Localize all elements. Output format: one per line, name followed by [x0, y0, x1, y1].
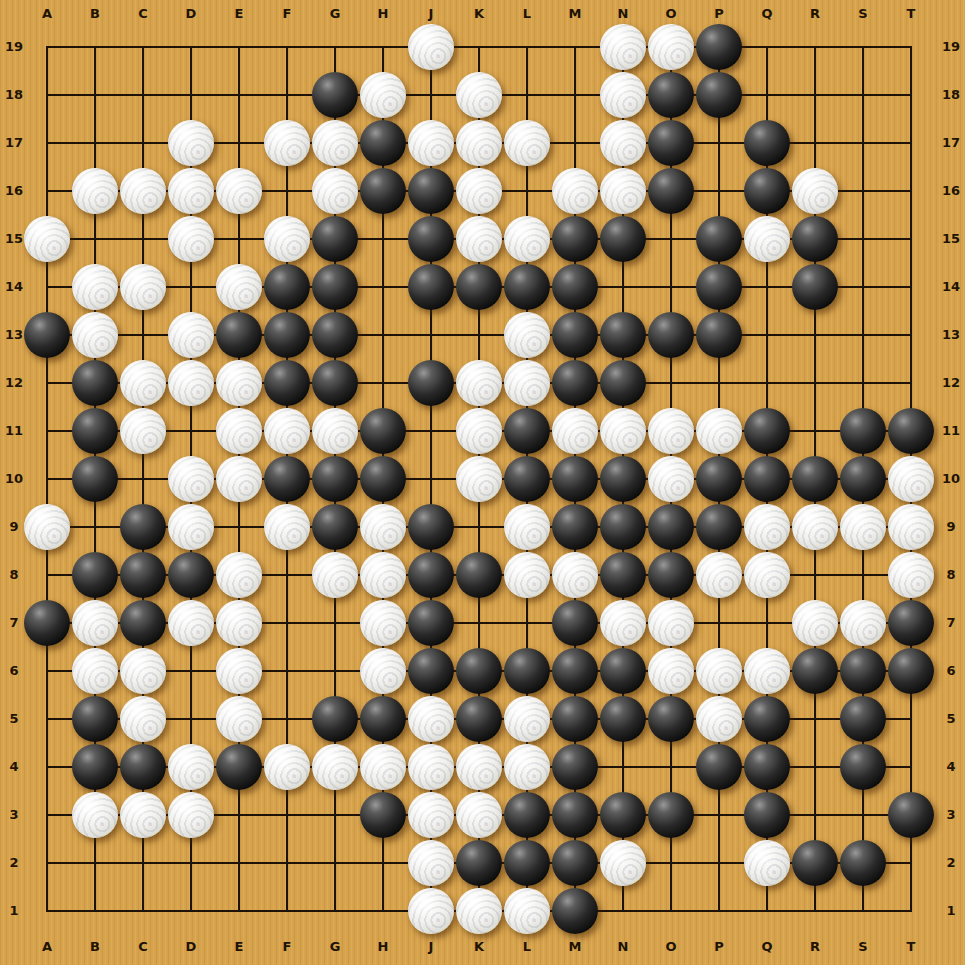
stone-white-H4 — [360, 744, 406, 790]
column-label-S: S — [851, 939, 875, 955]
stone-black-B4 — [72, 744, 118, 790]
column-label-R: R — [803, 939, 827, 955]
stone-white-R7 — [792, 600, 838, 646]
stone-white-H6 — [360, 648, 406, 694]
stone-white-Q15 — [744, 216, 790, 262]
stone-black-G10 — [312, 456, 358, 502]
stone-white-Q9 — [744, 504, 790, 550]
stone-white-L1 — [504, 888, 550, 934]
row-label-15: 15 — [938, 231, 964, 247]
stone-black-G18 — [312, 72, 358, 118]
stone-white-K11 — [456, 408, 502, 454]
stone-white-F15 — [264, 216, 310, 262]
stone-black-T7 — [888, 600, 934, 646]
stone-black-O17 — [648, 120, 694, 166]
stone-black-J9 — [408, 504, 454, 550]
stone-white-F9 — [264, 504, 310, 550]
row-label-3: 3 — [1, 807, 27, 823]
stone-white-G4 — [312, 744, 358, 790]
row-label-6: 6 — [938, 663, 964, 679]
row-label-17: 17 — [938, 135, 964, 151]
stone-white-G11 — [312, 408, 358, 454]
stone-white-D17 — [168, 120, 214, 166]
column-label-M: M — [563, 6, 587, 22]
stone-white-O11 — [648, 408, 694, 454]
stone-black-S10 — [840, 456, 886, 502]
stone-white-S7 — [840, 600, 886, 646]
column-label-F: F — [275, 6, 299, 22]
stone-white-K1 — [456, 888, 502, 934]
stone-black-P19 — [696, 24, 742, 70]
row-label-16: 16 — [938, 183, 964, 199]
stone-white-E8 — [216, 552, 262, 598]
column-label-G: G — [323, 939, 347, 955]
stone-white-E14 — [216, 264, 262, 310]
stone-white-O10 — [648, 456, 694, 502]
stone-black-R15 — [792, 216, 838, 262]
row-label-19: 19 — [1, 39, 27, 55]
column-label-Q: Q — [755, 6, 779, 22]
stone-white-L13 — [504, 312, 550, 358]
column-label-O: O — [659, 939, 683, 955]
stone-white-J2 — [408, 840, 454, 886]
stone-white-D9 — [168, 504, 214, 550]
stone-black-J8 — [408, 552, 454, 598]
row-label-8: 8 — [938, 567, 964, 583]
stone-black-Q16 — [744, 168, 790, 214]
stone-white-K12 — [456, 360, 502, 406]
row-label-3: 3 — [938, 807, 964, 823]
stone-black-O9 — [648, 504, 694, 550]
stone-white-D15 — [168, 216, 214, 262]
stone-white-L9 — [504, 504, 550, 550]
stone-black-L10 — [504, 456, 550, 502]
stone-black-O13 — [648, 312, 694, 358]
stone-black-Q5 — [744, 696, 790, 742]
row-label-11: 11 — [938, 423, 964, 439]
column-label-N: N — [611, 6, 635, 22]
stone-white-P8 — [696, 552, 742, 598]
stone-white-E7 — [216, 600, 262, 646]
stone-black-M1 — [552, 888, 598, 934]
column-label-F: F — [275, 939, 299, 955]
stone-white-C6 — [120, 648, 166, 694]
stone-black-M9 — [552, 504, 598, 550]
stone-black-M10 — [552, 456, 598, 502]
stone-black-K8 — [456, 552, 502, 598]
column-label-B: B — [83, 939, 107, 955]
go-board[interactable]: ABCDEFGHJKLMNOPQRST ABCDEFGHJKLMNOPQRST … — [0, 0, 965, 965]
column-label-L: L — [515, 939, 539, 955]
row-label-17: 17 — [1, 135, 27, 151]
column-label-C: C — [131, 6, 155, 22]
stone-black-C4 — [120, 744, 166, 790]
column-label-E: E — [227, 6, 251, 22]
stone-white-D10 — [168, 456, 214, 502]
stone-black-H11 — [360, 408, 406, 454]
stone-black-K14 — [456, 264, 502, 310]
column-label-Q: Q — [755, 939, 779, 955]
column-label-R: R — [803, 6, 827, 22]
stone-black-A7 — [24, 600, 70, 646]
stone-white-T9 — [888, 504, 934, 550]
stone-white-E6 — [216, 648, 262, 694]
stone-black-M15 — [552, 216, 598, 262]
stone-black-H5 — [360, 696, 406, 742]
stone-black-M12 — [552, 360, 598, 406]
stone-black-M7 — [552, 600, 598, 646]
stone-white-O19 — [648, 24, 694, 70]
stone-white-J17 — [408, 120, 454, 166]
stone-black-A13 — [24, 312, 70, 358]
stone-black-M2 — [552, 840, 598, 886]
stone-white-L8 — [504, 552, 550, 598]
stone-white-E12 — [216, 360, 262, 406]
stone-black-J12 — [408, 360, 454, 406]
stone-black-Q10 — [744, 456, 790, 502]
stone-white-K3 — [456, 792, 502, 838]
row-label-16: 16 — [1, 183, 27, 199]
stone-white-A15 — [24, 216, 70, 262]
stone-black-F10 — [264, 456, 310, 502]
stone-white-F11 — [264, 408, 310, 454]
stone-white-K10 — [456, 456, 502, 502]
stone-white-O6 — [648, 648, 694, 694]
stone-black-H16 — [360, 168, 406, 214]
stone-black-S5 — [840, 696, 886, 742]
stone-white-B3 — [72, 792, 118, 838]
stone-white-J19 — [408, 24, 454, 70]
stone-white-N7 — [600, 600, 646, 646]
stone-black-H10 — [360, 456, 406, 502]
stone-white-N19 — [600, 24, 646, 70]
stone-black-N10 — [600, 456, 646, 502]
row-label-6: 6 — [1, 663, 27, 679]
stone-black-N5 — [600, 696, 646, 742]
stone-white-L15 — [504, 216, 550, 262]
stone-white-Q2 — [744, 840, 790, 886]
stone-white-D4 — [168, 744, 214, 790]
stone-black-N13 — [600, 312, 646, 358]
stone-black-P13 — [696, 312, 742, 358]
stone-white-B16 — [72, 168, 118, 214]
stone-black-K6 — [456, 648, 502, 694]
stone-white-T10 — [888, 456, 934, 502]
stone-white-H7 — [360, 600, 406, 646]
stone-white-C16 — [120, 168, 166, 214]
stone-black-O8 — [648, 552, 694, 598]
stone-white-H8 — [360, 552, 406, 598]
stone-white-L5 — [504, 696, 550, 742]
row-label-7: 7 — [938, 615, 964, 631]
stone-black-S2 — [840, 840, 886, 886]
stone-white-D16 — [168, 168, 214, 214]
stone-white-K16 — [456, 168, 502, 214]
stone-white-O7 — [648, 600, 694, 646]
stone-black-L14 — [504, 264, 550, 310]
stone-white-K17 — [456, 120, 502, 166]
stone-black-J14 — [408, 264, 454, 310]
stone-black-J7 — [408, 600, 454, 646]
row-label-13: 13 — [938, 327, 964, 343]
stone-white-N16 — [600, 168, 646, 214]
row-label-12: 12 — [938, 375, 964, 391]
stone-black-S4 — [840, 744, 886, 790]
stone-white-P11 — [696, 408, 742, 454]
stone-black-J15 — [408, 216, 454, 262]
stone-white-E5 — [216, 696, 262, 742]
stone-white-E10 — [216, 456, 262, 502]
stone-black-P9 — [696, 504, 742, 550]
stone-white-F4 — [264, 744, 310, 790]
column-label-G: G — [323, 6, 347, 22]
stone-black-M4 — [552, 744, 598, 790]
stone-black-N8 — [600, 552, 646, 598]
row-label-4: 4 — [1, 759, 27, 775]
stone-white-A9 — [24, 504, 70, 550]
row-label-9: 9 — [938, 519, 964, 535]
row-label-14: 14 — [938, 279, 964, 295]
stone-white-F17 — [264, 120, 310, 166]
stone-white-N11 — [600, 408, 646, 454]
stone-black-P18 — [696, 72, 742, 118]
stone-black-F13 — [264, 312, 310, 358]
stone-black-L6 — [504, 648, 550, 694]
stone-black-C8 — [120, 552, 166, 598]
stone-white-E11 — [216, 408, 262, 454]
stone-black-N12 — [600, 360, 646, 406]
stone-black-G15 — [312, 216, 358, 262]
stone-black-R6 — [792, 648, 838, 694]
row-label-5: 5 — [1, 711, 27, 727]
stone-black-N15 — [600, 216, 646, 262]
row-label-1: 1 — [938, 903, 964, 919]
stone-white-N17 — [600, 120, 646, 166]
stone-white-C3 — [120, 792, 166, 838]
row-label-18: 18 — [938, 87, 964, 103]
stone-black-L3 — [504, 792, 550, 838]
stone-black-B11 — [72, 408, 118, 454]
stone-white-D3 — [168, 792, 214, 838]
stone-white-M16 — [552, 168, 598, 214]
stone-white-K4 — [456, 744, 502, 790]
stone-white-K18 — [456, 72, 502, 118]
stone-white-P6 — [696, 648, 742, 694]
stone-white-N18 — [600, 72, 646, 118]
stone-white-Q6 — [744, 648, 790, 694]
stone-white-L4 — [504, 744, 550, 790]
stone-black-N6 — [600, 648, 646, 694]
stone-white-E16 — [216, 168, 262, 214]
column-label-J: J — [419, 6, 443, 22]
stone-white-C12 — [120, 360, 166, 406]
column-label-S: S — [851, 6, 875, 22]
stone-white-G16 — [312, 168, 358, 214]
stone-black-P14 — [696, 264, 742, 310]
stone-white-J3 — [408, 792, 454, 838]
row-label-10: 10 — [1, 471, 27, 487]
stone-black-H3 — [360, 792, 406, 838]
stone-white-H18 — [360, 72, 406, 118]
stone-white-B14 — [72, 264, 118, 310]
column-label-N: N — [611, 939, 635, 955]
stone-black-M14 — [552, 264, 598, 310]
stone-black-B8 — [72, 552, 118, 598]
column-label-L: L — [515, 6, 539, 22]
column-label-P: P — [707, 939, 731, 955]
stone-black-D8 — [168, 552, 214, 598]
stone-white-G8 — [312, 552, 358, 598]
row-label-4: 4 — [938, 759, 964, 775]
stone-black-R10 — [792, 456, 838, 502]
stone-black-F12 — [264, 360, 310, 406]
column-label-J: J — [419, 939, 443, 955]
stone-black-O16 — [648, 168, 694, 214]
column-label-C: C — [131, 939, 155, 955]
stone-white-C14 — [120, 264, 166, 310]
stone-black-H17 — [360, 120, 406, 166]
stone-black-S11 — [840, 408, 886, 454]
stone-black-K5 — [456, 696, 502, 742]
stone-black-M13 — [552, 312, 598, 358]
stone-white-D12 — [168, 360, 214, 406]
stone-black-G5 — [312, 696, 358, 742]
stone-black-E4 — [216, 744, 262, 790]
column-label-B: B — [83, 6, 107, 22]
stone-black-N9 — [600, 504, 646, 550]
column-label-O: O — [659, 6, 683, 22]
stone-black-P15 — [696, 216, 742, 262]
stone-white-D13 — [168, 312, 214, 358]
stone-black-G12 — [312, 360, 358, 406]
stone-black-N3 — [600, 792, 646, 838]
stone-white-C11 — [120, 408, 166, 454]
stone-black-M3 — [552, 792, 598, 838]
stone-black-L2 — [504, 840, 550, 886]
column-label-A: A — [35, 939, 59, 955]
stone-white-J1 — [408, 888, 454, 934]
stone-black-P4 — [696, 744, 742, 790]
stone-white-L17 — [504, 120, 550, 166]
column-label-M: M — [563, 939, 587, 955]
stone-white-P5 — [696, 696, 742, 742]
row-label-11: 11 — [1, 423, 27, 439]
stone-black-Q4 — [744, 744, 790, 790]
stone-white-B6 — [72, 648, 118, 694]
stone-black-O18 — [648, 72, 694, 118]
stone-black-B5 — [72, 696, 118, 742]
stone-black-B12 — [72, 360, 118, 406]
stone-black-C7 — [120, 600, 166, 646]
column-label-T: T — [899, 939, 923, 955]
stone-black-E13 — [216, 312, 262, 358]
row-label-2: 2 — [938, 855, 964, 871]
row-label-12: 12 — [1, 375, 27, 391]
stone-white-J4 — [408, 744, 454, 790]
stone-black-O3 — [648, 792, 694, 838]
stone-white-B13 — [72, 312, 118, 358]
row-label-14: 14 — [1, 279, 27, 295]
stone-black-C9 — [120, 504, 166, 550]
stone-black-K2 — [456, 840, 502, 886]
stone-white-M11 — [552, 408, 598, 454]
stone-white-J5 — [408, 696, 454, 742]
column-label-K: K — [467, 6, 491, 22]
stone-black-T3 — [888, 792, 934, 838]
stone-white-S9 — [840, 504, 886, 550]
stone-white-C5 — [120, 696, 166, 742]
stone-black-S6 — [840, 648, 886, 694]
row-label-10: 10 — [938, 471, 964, 487]
stone-black-T6 — [888, 648, 934, 694]
column-label-D: D — [179, 6, 203, 22]
stone-black-M5 — [552, 696, 598, 742]
stone-white-M8 — [552, 552, 598, 598]
stone-black-J16 — [408, 168, 454, 214]
row-label-2: 2 — [1, 855, 27, 871]
stone-white-H9 — [360, 504, 406, 550]
column-label-P: P — [707, 6, 731, 22]
stone-black-Q11 — [744, 408, 790, 454]
stone-black-L11 — [504, 408, 550, 454]
stone-black-R2 — [792, 840, 838, 886]
stone-white-G17 — [312, 120, 358, 166]
stone-black-J6 — [408, 648, 454, 694]
stone-black-P10 — [696, 456, 742, 502]
stone-white-Q8 — [744, 552, 790, 598]
row-label-19: 19 — [938, 39, 964, 55]
column-label-H: H — [371, 939, 395, 955]
stone-black-G13 — [312, 312, 358, 358]
stone-white-T8 — [888, 552, 934, 598]
column-label-T: T — [899, 6, 923, 22]
stone-black-G9 — [312, 504, 358, 550]
stone-black-Q3 — [744, 792, 790, 838]
column-label-H: H — [371, 6, 395, 22]
column-label-D: D — [179, 939, 203, 955]
stone-white-R9 — [792, 504, 838, 550]
row-label-5: 5 — [938, 711, 964, 727]
stone-black-G14 — [312, 264, 358, 310]
stone-black-B10 — [72, 456, 118, 502]
stone-white-R16 — [792, 168, 838, 214]
stone-black-F14 — [264, 264, 310, 310]
stone-black-O5 — [648, 696, 694, 742]
stone-white-B7 — [72, 600, 118, 646]
column-label-E: E — [227, 939, 251, 955]
row-label-8: 8 — [1, 567, 27, 583]
stone-white-K15 — [456, 216, 502, 262]
stone-white-D7 — [168, 600, 214, 646]
stone-white-N2 — [600, 840, 646, 886]
stone-black-Q17 — [744, 120, 790, 166]
row-label-1: 1 — [1, 903, 27, 919]
stone-black-T11 — [888, 408, 934, 454]
stone-white-L12 — [504, 360, 550, 406]
stone-black-M6 — [552, 648, 598, 694]
stone-black-R14 — [792, 264, 838, 310]
column-label-A: A — [35, 6, 59, 22]
column-label-K: K — [467, 939, 491, 955]
row-label-18: 18 — [1, 87, 27, 103]
